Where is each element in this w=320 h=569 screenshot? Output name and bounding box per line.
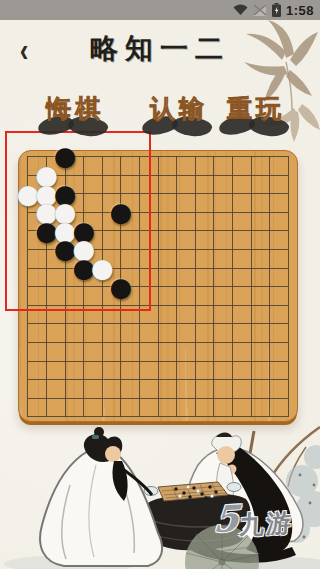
cell-f3[interactable] <box>112 370 131 389</box>
cell-n14[interactable] <box>260 166 279 185</box>
jiuyou-logo-text: 九游 <box>238 506 294 542</box>
cell-l5[interactable] <box>223 333 242 352</box>
cell-d3[interactable] <box>74 370 93 389</box>
cell-f9[interactable] <box>112 259 131 278</box>
cell-f6[interactable] <box>112 315 131 334</box>
black-stone: ● <box>35 222 58 240</box>
cell-l8[interactable] <box>223 277 242 296</box>
cell-j8[interactable] <box>186 277 205 296</box>
cell-j2[interactable] <box>186 389 205 408</box>
cell-d10[interactable]: ● <box>74 240 93 259</box>
black-stone: ● <box>72 222 95 240</box>
cell-d14[interactable] <box>74 166 93 185</box>
cell-k2[interactable] <box>205 389 224 408</box>
cell-j1[interactable] <box>186 408 205 427</box>
cell-i9[interactable] <box>167 259 186 278</box>
cell-e14[interactable] <box>93 166 112 185</box>
cell-g4[interactable] <box>130 352 149 371</box>
cell-m5[interactable] <box>242 333 261 352</box>
cell-i14[interactable] <box>167 166 186 185</box>
cell-b3[interactable] <box>37 370 56 389</box>
cell-l1[interactable] <box>223 408 242 427</box>
white-stone: ● <box>54 222 77 240</box>
cell-b13[interactable]: ● <box>37 184 56 203</box>
cell-c3[interactable] <box>56 370 75 389</box>
cell-o1[interactable] <box>279 408 298 427</box>
cell-f1[interactable] <box>112 408 131 427</box>
cell-e8[interactable] <box>93 277 112 296</box>
replay-button[interactable]: 重玩 <box>227 92 285 125</box>
cell-g14[interactable] <box>130 166 149 185</box>
cell-a4[interactable] <box>19 352 38 371</box>
cell-i6[interactable] <box>167 315 186 334</box>
cell-g13[interactable] <box>130 184 149 203</box>
cell-f7[interactable] <box>112 296 131 315</box>
cell-i3[interactable] <box>167 370 186 389</box>
cell-d9[interactable]: ● <box>74 259 93 278</box>
cell-i5[interactable] <box>167 333 186 352</box>
cell-i13[interactable] <box>167 184 186 203</box>
cell-k9[interactable] <box>205 259 224 278</box>
cell-h9[interactable] <box>149 259 168 278</box>
cell-i12[interactable] <box>167 203 186 222</box>
status-bar: 1:58 <box>0 0 320 20</box>
cell-c15[interactable]: ● <box>56 147 75 166</box>
cell-d6[interactable] <box>74 315 93 334</box>
white-stone: ● <box>35 166 58 184</box>
cell-a8[interactable] <box>19 277 38 296</box>
cell-n11[interactable] <box>260 222 279 241</box>
cell-a3[interactable] <box>19 370 38 389</box>
cell-m3[interactable] <box>242 370 261 389</box>
cell-k8[interactable] <box>205 277 224 296</box>
cell-o3[interactable] <box>279 370 298 389</box>
cell-d5[interactable] <box>74 333 93 352</box>
cell-b5[interactable] <box>37 333 56 352</box>
cell-c9[interactable] <box>56 259 75 278</box>
cell-j3[interactable] <box>186 370 205 389</box>
cell-b9[interactable] <box>37 259 56 278</box>
cell-c13[interactable]: ● <box>56 184 75 203</box>
cell-o11[interactable] <box>279 222 298 241</box>
cell-c4[interactable] <box>56 352 75 371</box>
cell-m12[interactable] <box>242 203 261 222</box>
cell-j10[interactable] <box>186 240 205 259</box>
cell-l3[interactable] <box>223 370 242 389</box>
cell-h3[interactable] <box>149 370 168 389</box>
cell-e3[interactable] <box>93 370 112 389</box>
cell-e2[interactable] <box>93 389 112 408</box>
cell-h15[interactable] <box>149 147 168 166</box>
cell-m8[interactable] <box>242 277 261 296</box>
cell-i15[interactable] <box>167 147 186 166</box>
cell-f14[interactable] <box>112 166 131 185</box>
cell-n15[interactable] <box>260 147 279 166</box>
black-stone: ● <box>54 147 77 165</box>
cell-j9[interactable] <box>186 259 205 278</box>
cell-g11[interactable] <box>130 222 149 241</box>
cell-h1[interactable] <box>149 408 168 427</box>
cell-k7[interactable] <box>205 296 224 315</box>
jiuyou-logo-mark: 5 <box>212 501 240 537</box>
cell-c7[interactable] <box>56 296 75 315</box>
cell-c10[interactable]: ● <box>56 240 75 259</box>
cell-g15[interactable] <box>130 147 149 166</box>
cell-h7[interactable] <box>149 296 168 315</box>
cell-f13[interactable] <box>112 184 131 203</box>
wifi-icon <box>233 4 248 16</box>
cell-c14[interactable] <box>56 166 75 185</box>
cell-e1[interactable] <box>93 408 112 427</box>
cell-e9[interactable]: ● <box>93 259 112 278</box>
cell-n4[interactable] <box>260 352 279 371</box>
cell-f15[interactable] <box>112 147 131 166</box>
cell-g1[interactable] <box>130 408 149 427</box>
cell-c8[interactable] <box>56 277 75 296</box>
cell-g9[interactable] <box>130 259 149 278</box>
board-grid: ●●●●●●●●●●●●●●●● <box>19 147 298 426</box>
cell-h11[interactable] <box>149 222 168 241</box>
cell-d15[interactable] <box>74 147 93 166</box>
cell-o9[interactable] <box>279 259 298 278</box>
cell-l11[interactable] <box>223 222 242 241</box>
cell-b2[interactable] <box>37 389 56 408</box>
cell-e12[interactable] <box>93 203 112 222</box>
cell-m10[interactable] <box>242 240 261 259</box>
cell-f5[interactable] <box>112 333 131 352</box>
nav-bar: ‹ 略知一二 <box>0 20 320 78</box>
cell-n6[interactable] <box>260 315 279 334</box>
cell-c12[interactable]: ● <box>56 203 75 222</box>
cell-g10[interactable] <box>130 240 149 259</box>
cell-k3[interactable] <box>205 370 224 389</box>
cell-c2[interactable] <box>56 389 75 408</box>
cell-l12[interactable] <box>223 203 242 222</box>
app-root: 1:58 ‹ 略知一二 悔棋 认输 重玩 ●●●●●●●●●●●●●●●● <box>0 0 320 569</box>
cell-h5[interactable] <box>149 333 168 352</box>
cell-n12[interactable] <box>260 203 279 222</box>
cell-m13[interactable] <box>242 184 261 203</box>
cell-c11[interactable]: ● <box>56 222 75 241</box>
cell-k5[interactable] <box>205 333 224 352</box>
cell-k14[interactable] <box>205 166 224 185</box>
cell-j11[interactable] <box>186 222 205 241</box>
cell-d7[interactable] <box>74 296 93 315</box>
black-stone: ● <box>110 278 133 296</box>
black-stone: ● <box>72 259 95 277</box>
cell-l10[interactable] <box>223 240 242 259</box>
cell-d1[interactable] <box>74 408 93 427</box>
cell-b1[interactable] <box>37 408 56 427</box>
toolbar: 悔棋 认输 重玩 <box>0 88 320 132</box>
cell-e10[interactable] <box>93 240 112 259</box>
cell-j15[interactable] <box>186 147 205 166</box>
cell-d4[interactable] <box>74 352 93 371</box>
cell-o14[interactable] <box>279 166 298 185</box>
white-stone: ● <box>91 259 114 277</box>
cell-e7[interactable] <box>93 296 112 315</box>
cell-n2[interactable] <box>260 389 279 408</box>
cell-e13[interactable] <box>93 184 112 203</box>
cell-l15[interactable] <box>223 147 242 166</box>
no-signal-icon <box>253 4 267 16</box>
cell-b10[interactable] <box>37 240 56 259</box>
cell-g5[interactable] <box>130 333 149 352</box>
cell-o5[interactable] <box>279 333 298 352</box>
cell-j14[interactable] <box>186 166 205 185</box>
cell-a12[interactable] <box>19 203 38 222</box>
white-stone: ● <box>35 203 58 221</box>
white-stone: ● <box>72 240 95 258</box>
cell-e5[interactable] <box>93 333 112 352</box>
cell-f10[interactable] <box>112 240 131 259</box>
battery-charging-icon <box>272 3 281 17</box>
cell-h13[interactable] <box>149 184 168 203</box>
cell-j12[interactable] <box>186 203 205 222</box>
cell-n10[interactable] <box>260 240 279 259</box>
cell-a1[interactable] <box>19 408 38 427</box>
cell-k11[interactable] <box>205 222 224 241</box>
cell-b15[interactable] <box>37 147 56 166</box>
cell-k6[interactable] <box>205 315 224 334</box>
cell-d13[interactable] <box>74 184 93 203</box>
cell-l4[interactable] <box>223 352 242 371</box>
cell-k10[interactable] <box>205 240 224 259</box>
cell-d11[interactable]: ● <box>74 222 93 241</box>
cell-a13[interactable]: ● <box>19 184 38 203</box>
cell-b11[interactable]: ● <box>37 222 56 241</box>
cell-f12[interactable]: ● <box>112 203 131 222</box>
cell-d8[interactable] <box>74 277 93 296</box>
cell-a2[interactable] <box>19 389 38 408</box>
cell-m14[interactable] <box>242 166 261 185</box>
cell-b7[interactable] <box>37 296 56 315</box>
cell-h10[interactable] <box>149 240 168 259</box>
cell-e15[interactable] <box>93 147 112 166</box>
cell-o15[interactable] <box>279 147 298 166</box>
cell-h6[interactable] <box>149 315 168 334</box>
cell-n5[interactable] <box>260 333 279 352</box>
cell-m6[interactable] <box>242 315 261 334</box>
cell-g3[interactable] <box>130 370 149 389</box>
cell-i4[interactable] <box>167 352 186 371</box>
cell-i7[interactable] <box>167 296 186 315</box>
cell-c1[interactable] <box>56 408 75 427</box>
cell-i10[interactable] <box>167 240 186 259</box>
cell-o8[interactable] <box>279 277 298 296</box>
cell-e6[interactable] <box>93 315 112 334</box>
cell-i8[interactable] <box>167 277 186 296</box>
cell-f8[interactable]: ● <box>112 277 131 296</box>
cell-o7[interactable] <box>279 296 298 315</box>
cell-c6[interactable] <box>56 315 75 334</box>
cell-o13[interactable] <box>279 184 298 203</box>
cell-a9[interactable] <box>19 259 38 278</box>
cell-o4[interactable] <box>279 352 298 371</box>
white-stone: ● <box>17 185 40 203</box>
cell-a5[interactable] <box>19 333 38 352</box>
cell-l14[interactable] <box>223 166 242 185</box>
cell-j7[interactable] <box>186 296 205 315</box>
cell-b4[interactable] <box>37 352 56 371</box>
cell-b6[interactable] <box>37 315 56 334</box>
cell-l7[interactable] <box>223 296 242 315</box>
resign-button[interactable]: 认输 <box>150 92 208 125</box>
cell-h14[interactable] <box>149 166 168 185</box>
cell-n13[interactable] <box>260 184 279 203</box>
cell-h8[interactable] <box>149 277 168 296</box>
cell-c5[interactable] <box>56 333 75 352</box>
cell-e11[interactable] <box>93 222 112 241</box>
cell-h4[interactable] <box>149 352 168 371</box>
undo-button[interactable]: 悔棋 <box>46 92 104 125</box>
cell-m7[interactable] <box>242 296 261 315</box>
cell-a14[interactable] <box>19 166 38 185</box>
cell-n3[interactable] <box>260 370 279 389</box>
cell-f2[interactable] <box>112 389 131 408</box>
cell-i1[interactable] <box>167 408 186 427</box>
cell-n8[interactable] <box>260 277 279 296</box>
cell-m9[interactable] <box>242 259 261 278</box>
jiuyou-watermark: 5 九游 <box>213 498 294 543</box>
cell-b8[interactable] <box>37 277 56 296</box>
cell-l13[interactable] <box>223 184 242 203</box>
cell-g6[interactable] <box>130 315 149 334</box>
ink-painting-go-players <box>0 425 320 569</box>
cell-m4[interactable] <box>242 352 261 371</box>
cell-l6[interactable] <box>223 315 242 334</box>
cell-o10[interactable] <box>279 240 298 259</box>
cell-j6[interactable] <box>186 315 205 334</box>
cell-d12[interactable] <box>74 203 93 222</box>
black-stone: ● <box>110 203 133 221</box>
cell-e4[interactable] <box>93 352 112 371</box>
cell-l9[interactable] <box>223 259 242 278</box>
cell-b14[interactable]: ● <box>37 166 56 185</box>
cell-g8[interactable] <box>130 277 149 296</box>
cell-m1[interactable] <box>242 408 261 427</box>
cell-k13[interactable] <box>205 184 224 203</box>
cell-g12[interactable] <box>130 203 149 222</box>
cell-d2[interactable] <box>74 389 93 408</box>
cell-o12[interactable] <box>279 203 298 222</box>
cell-n9[interactable] <box>260 259 279 278</box>
cell-h12[interactable] <box>149 203 168 222</box>
cell-h2[interactable] <box>149 389 168 408</box>
cell-l2[interactable] <box>223 389 242 408</box>
page-title: 略知一二 <box>0 30 320 68</box>
cell-m11[interactable] <box>242 222 261 241</box>
cell-k15[interactable] <box>205 147 224 166</box>
cell-j5[interactable] <box>186 333 205 352</box>
cell-g7[interactable] <box>130 296 149 315</box>
clock-time: 1:58 <box>286 3 314 18</box>
cell-a11[interactable] <box>19 222 38 241</box>
cell-o2[interactable] <box>279 389 298 408</box>
black-stone: ● <box>54 185 77 203</box>
cell-o6[interactable] <box>279 315 298 334</box>
cell-n7[interactable] <box>260 296 279 315</box>
cell-a6[interactable] <box>19 315 38 334</box>
cell-m15[interactable] <box>242 147 261 166</box>
white-stone: ● <box>35 185 58 203</box>
cell-g2[interactable] <box>130 389 149 408</box>
cell-j4[interactable] <box>186 352 205 371</box>
cell-a7[interactable] <box>19 296 38 315</box>
cell-m2[interactable] <box>242 389 261 408</box>
cell-a15[interactable] <box>19 147 38 166</box>
cell-f4[interactable] <box>112 352 131 371</box>
cell-n1[interactable] <box>260 408 279 427</box>
cell-a10[interactable] <box>19 240 38 259</box>
cell-b12[interactable]: ● <box>37 203 56 222</box>
cell-k4[interactable] <box>205 352 224 371</box>
black-stone: ● <box>54 240 77 258</box>
cell-k12[interactable] <box>205 203 224 222</box>
white-stone: ● <box>54 203 77 221</box>
cell-k1[interactable] <box>205 408 224 427</box>
cell-i11[interactable] <box>167 222 186 241</box>
cell-f11[interactable] <box>112 222 131 241</box>
cell-i2[interactable] <box>167 389 186 408</box>
cell-j13[interactable] <box>186 184 205 203</box>
